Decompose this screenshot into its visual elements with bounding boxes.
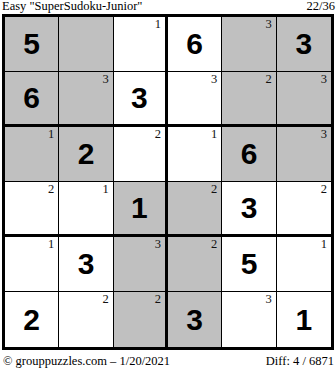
given-digit: 3 <box>168 292 221 347</box>
cell-r4c2[interactable]: 1 <box>59 182 113 237</box>
footer: © grouppuzzles.com – 1/20/2021 Diff: 4 /… <box>3 354 334 368</box>
corner-mark: 1 <box>48 237 54 251</box>
cell-r6c1[interactable]: 2 <box>5 292 59 347</box>
cell-r4c5[interactable]: 3 <box>222 182 276 237</box>
given-digit: 2 <box>59 127 112 181</box>
given-digit: 2 <box>5 292 58 347</box>
corner-mark: 3 <box>102 72 108 86</box>
corner-mark: 2 <box>211 237 217 251</box>
puzzle-counter: 22/36 <box>307 0 335 13</box>
given-digit: 6 <box>222 127 275 181</box>
page-title: Easy "SuperSudoku-Junior" <box>2 0 142 13</box>
corner-mark: 1 <box>155 17 161 31</box>
cell-r3c3[interactable]: 2 <box>114 127 168 182</box>
cell-r6c6[interactable]: 1 <box>277 292 331 347</box>
corner-mark: 3 <box>265 292 271 306</box>
cell-r1c5[interactable]: 3 <box>222 17 276 72</box>
cell-r2c6[interactable]: 3 <box>277 72 331 127</box>
given-digit: 5 <box>5 17 58 71</box>
cell-r5c6[interactable]: 1 <box>277 237 331 292</box>
corner-mark: 2 <box>321 182 327 196</box>
cell-r4c3[interactable]: 1 <box>114 182 168 237</box>
corner-mark: 3 <box>211 72 217 86</box>
given-digit: 1 <box>114 182 165 234</box>
given-digit: 5 <box>222 237 275 291</box>
given-digit: 3 <box>114 72 165 124</box>
cell-r3c4[interactable]: 1 <box>168 127 222 182</box>
sudoku-board: 51633633323122163211232133251222331 <box>2 14 334 350</box>
given-digit: 6 <box>168 17 221 71</box>
copyright-text: © grouppuzzles.com – 1/20/2021 <box>3 354 170 368</box>
cell-r6c5[interactable]: 3 <box>222 292 276 347</box>
cell-r1c6[interactable]: 3 <box>277 17 331 72</box>
given-digit: 1 <box>277 292 331 347</box>
corner-mark: 3 <box>321 72 327 86</box>
cell-r3c5[interactable]: 6 <box>222 127 276 182</box>
corner-mark: 2 <box>48 182 54 196</box>
cell-r6c3[interactable]: 2 <box>114 292 168 347</box>
cell-r6c4[interactable]: 3 <box>168 292 222 347</box>
cell-r1c2[interactable] <box>59 17 113 72</box>
corner-mark: 2 <box>265 72 271 86</box>
cell-r5c1[interactable]: 1 <box>5 237 59 292</box>
cell-r2c1[interactable]: 6 <box>5 72 59 127</box>
cell-r5c4[interactable]: 2 <box>168 237 222 292</box>
cell-r2c3[interactable]: 3 <box>114 72 168 127</box>
cell-r3c6[interactable]: 3 <box>277 127 331 182</box>
cell-r2c2[interactable]: 3 <box>59 72 113 127</box>
corner-mark: 3 <box>265 17 271 31</box>
corner-mark: 2 <box>211 182 217 196</box>
cell-r3c1[interactable]: 1 <box>5 127 59 182</box>
cell-r3c2[interactable]: 2 <box>59 127 113 182</box>
corner-mark: 1 <box>102 182 108 196</box>
corner-mark: 3 <box>155 237 161 251</box>
given-digit: 3 <box>222 182 275 234</box>
header: Easy "SuperSudoku-Junior" 22/36 <box>2 0 335 13</box>
cell-r6c2[interactable]: 2 <box>59 292 113 347</box>
cell-r4c6[interactable]: 2 <box>277 182 331 237</box>
corner-mark: 3 <box>321 127 327 141</box>
corner-mark: 1 <box>48 127 54 141</box>
cell-r1c1[interactable]: 5 <box>5 17 59 72</box>
given-digit: 3 <box>277 17 331 71</box>
cell-r4c1[interactable]: 2 <box>5 182 59 237</box>
corner-mark: 1 <box>211 127 217 141</box>
given-digit: 3 <box>59 237 112 291</box>
corner-mark: 1 <box>321 237 327 251</box>
given-digit: 6 <box>5 72 58 124</box>
cell-r2c4[interactable]: 3 <box>168 72 222 127</box>
cell-r5c5[interactable]: 5 <box>222 237 276 292</box>
cell-r1c3[interactable]: 1 <box>114 17 168 72</box>
cell-r5c3[interactable]: 3 <box>114 237 168 292</box>
cell-r2c5[interactable]: 2 <box>222 72 276 127</box>
cell-r5c2[interactable]: 3 <box>59 237 113 292</box>
puzzle-page: Easy "SuperSudoku-Junior" 22/36 51633633… <box>0 0 336 370</box>
corner-mark: 2 <box>155 127 161 141</box>
difficulty-text: Diff: 4 / 6871 <box>266 354 334 368</box>
corner-mark: 2 <box>155 292 161 306</box>
corner-mark: 2 <box>102 292 108 306</box>
cell-r4c4[interactable]: 2 <box>168 182 222 237</box>
cell-r1c4[interactable]: 6 <box>168 17 222 72</box>
